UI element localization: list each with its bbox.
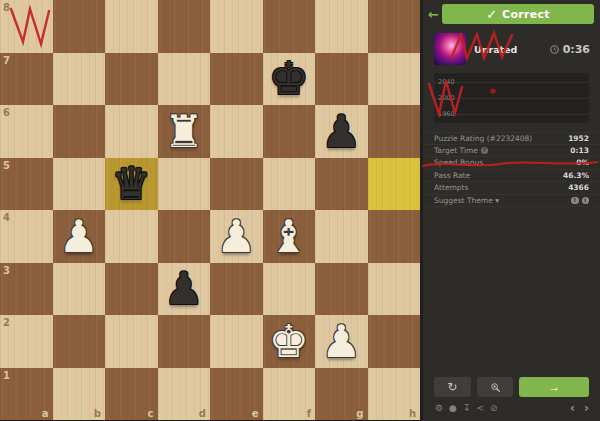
chat-icon[interactable]: ● xyxy=(449,404,457,413)
square-a3[interactable]: 3 xyxy=(0,263,53,316)
square-b6[interactable] xyxy=(53,105,106,158)
file-label-c: c xyxy=(148,408,154,419)
square-f7[interactable]: ♚ xyxy=(263,53,316,106)
square-g3[interactable] xyxy=(315,263,368,316)
correct-banner-label: Correct xyxy=(502,8,550,21)
square-e3[interactable] xyxy=(210,263,263,316)
white-king-f2[interactable]: ♚ xyxy=(263,315,316,368)
check-icon: ✓ xyxy=(486,7,497,22)
square-g6[interactable]: ♟ xyxy=(315,105,368,158)
stat-value: 0:13 xyxy=(570,146,589,155)
stat-label: Target Time xyxy=(434,146,478,155)
file-label-g: g xyxy=(356,408,363,419)
square-a6[interactable]: 6 xyxy=(0,105,53,158)
sidebar-footer: ⚙ ● ↧ < ⊘ ‹ › xyxy=(435,402,589,414)
square-a7[interactable]: 7 xyxy=(0,53,53,106)
stat-value: 4366 xyxy=(568,183,589,192)
rank-label-5: 5 xyxy=(3,160,10,171)
info-icon[interactable]: ? xyxy=(481,147,488,154)
stat-value: 46.3% xyxy=(563,171,589,180)
stat-row-speed-bonus: Speed Bonus 0% xyxy=(423,157,600,170)
stat-row-puzzle-rating: Puzzle Rating (#2232408) 1952 xyxy=(423,132,600,145)
rating-graph: 2040 2000 1960 xyxy=(434,73,589,123)
square-h2[interactable] xyxy=(368,315,421,368)
file-label-f: f xyxy=(307,408,311,419)
square-d2[interactable] xyxy=(158,315,211,368)
stat-label: Attempts xyxy=(434,183,468,192)
square-f2[interactable]: ♚ xyxy=(263,315,316,368)
stat-label: Speed Bonus xyxy=(434,158,483,167)
square-d3[interactable]: ♟ xyxy=(158,263,211,316)
stat-label: Pass Rate xyxy=(434,171,470,180)
puzzle-stats: Puzzle Rating (#2232408) 1952 Target Tim… xyxy=(423,132,600,207)
stat-value: 0% xyxy=(576,158,589,167)
next-move-chevron-icon[interactable]: › xyxy=(584,402,589,414)
theme-info-icon[interactable]: i xyxy=(582,197,590,205)
download-icon[interactable]: ↧ xyxy=(463,404,471,413)
stat-label: Puzzle Rating (#2232408) xyxy=(434,134,532,143)
black-pawn-d3[interactable]: ♟ xyxy=(158,263,211,316)
square-g4[interactable] xyxy=(315,210,368,263)
stat-row-pass-rate: Pass Rate 46.3% xyxy=(423,170,600,183)
stat-row-target-time: Target Time ? 0:13 xyxy=(423,145,600,158)
file-label-a: a xyxy=(42,408,49,419)
graph-ylabel: 2000 xyxy=(438,94,455,102)
square-d1[interactable]: d xyxy=(158,368,211,421)
puzzle-controls: ↻ → xyxy=(434,377,589,397)
share-icon[interactable]: < xyxy=(476,404,484,413)
square-c6[interactable] xyxy=(105,105,158,158)
puzzle-timer: 0:36 xyxy=(550,43,590,56)
prev-move-chevron-icon[interactable]: ‹ xyxy=(570,402,575,414)
username-label[interactable]: Unrated xyxy=(474,44,517,55)
clock-icon xyxy=(550,45,559,54)
theme-alert-icon[interactable]: ! xyxy=(571,197,579,205)
square-a5[interactable]: 5 xyxy=(0,158,53,211)
sidebar-spacer xyxy=(423,207,600,377)
square-b3[interactable] xyxy=(53,263,106,316)
square-g5[interactable] xyxy=(315,158,368,211)
rank-label-6: 6 xyxy=(3,107,10,118)
rank-label-8: 8 xyxy=(3,2,10,13)
square-c7[interactable] xyxy=(105,53,158,106)
graph-ylabel: 1960 xyxy=(438,110,455,118)
back-arrow-icon[interactable]: ← xyxy=(428,7,442,22)
square-e7[interactable] xyxy=(210,53,263,106)
analysis-button[interactable] xyxy=(477,377,514,397)
square-d6[interactable]: ♜ xyxy=(158,105,211,158)
rank-label-7: 7 xyxy=(3,55,10,66)
black-king-f7[interactable]: ♚ xyxy=(263,53,316,106)
rank-label-1: 1 xyxy=(3,370,10,381)
avatar[interactable] xyxy=(434,33,466,65)
gridline xyxy=(434,98,589,99)
square-a8[interactable]: 8 xyxy=(0,0,53,53)
rank-label-4: 4 xyxy=(3,212,10,223)
square-h8[interactable] xyxy=(368,0,421,53)
square-a4[interactable]: 4 xyxy=(0,210,53,263)
user-row: Unrated 0:36 xyxy=(423,28,600,71)
square-b8[interactable] xyxy=(53,0,106,53)
dismiss-icon[interactable]: ⊘ xyxy=(490,404,498,413)
stat-row-attempts: Attempts 4366 xyxy=(423,182,600,195)
square-c2[interactable] xyxy=(105,315,158,368)
gridline xyxy=(434,82,589,83)
square-h4[interactable] xyxy=(368,210,421,263)
square-f3[interactable] xyxy=(263,263,316,316)
stat-value: 1952 xyxy=(568,134,589,143)
rank-label-3: 3 xyxy=(3,265,10,276)
square-c3[interactable] xyxy=(105,263,158,316)
settings-gear-icon[interactable]: ⚙ xyxy=(435,404,443,413)
rank-label-2: 2 xyxy=(3,317,10,328)
square-g7[interactable] xyxy=(315,53,368,106)
file-label-e: e xyxy=(252,408,259,419)
square-f5[interactable] xyxy=(263,158,316,211)
square-h1[interactable]: h xyxy=(368,368,421,421)
gridline xyxy=(434,114,589,115)
puzzle-sidebar: ← ✓ Correct Unrated 0:36 2040 2000 xyxy=(420,0,600,421)
white-rook-d6[interactable]: ♜ xyxy=(158,105,211,158)
square-f4[interactable]: ♝ xyxy=(263,210,316,263)
file-label-d: d xyxy=(199,408,206,419)
square-b1[interactable]: b xyxy=(53,368,106,421)
square-e1[interactable]: e xyxy=(210,368,263,421)
square-e8[interactable] xyxy=(210,0,263,53)
white-bishop-f4[interactable]: ♝ xyxy=(263,210,316,263)
square-b2[interactable] xyxy=(53,315,106,368)
square-h6[interactable] xyxy=(368,105,421,158)
square-a2[interactable]: 2 xyxy=(0,315,53,368)
square-c4[interactable] xyxy=(105,210,158,263)
suggest-theme-label[interactable]: Suggest Theme ▾ xyxy=(434,196,499,205)
square-e4[interactable]: ♟ xyxy=(210,210,263,263)
stat-row-suggest-theme[interactable]: Suggest Theme ▾ ! i xyxy=(423,195,600,208)
file-label-h: h xyxy=(409,408,416,419)
square-b7[interactable] xyxy=(53,53,106,106)
square-e5[interactable] xyxy=(210,158,263,211)
square-g2[interactable]: ♟ xyxy=(315,315,368,368)
square-e2[interactable] xyxy=(210,315,263,368)
square-h7[interactable] xyxy=(368,53,421,106)
square-f1[interactable]: f xyxy=(263,368,316,421)
timer-value: 0:36 xyxy=(563,43,590,56)
chess-board[interactable]: 87♚6♜♟5♛4♟♟♝3♟2♚♟1abcdefgh xyxy=(0,0,420,420)
square-d7[interactable] xyxy=(158,53,211,106)
square-h3[interactable] xyxy=(368,263,421,316)
square-g8[interactable] xyxy=(315,0,368,53)
square-f6[interactable] xyxy=(263,105,316,158)
square-c8[interactable] xyxy=(105,0,158,53)
chess-board-area: 87♚6♜♟5♛4♟♟♝3♟2♚♟1abcdefgh xyxy=(0,0,420,421)
square-h5-highlighted[interactable] xyxy=(368,158,421,211)
square-a1[interactable]: 1a xyxy=(0,368,53,421)
square-g1[interactable]: g xyxy=(315,368,368,421)
square-c1[interactable]: c xyxy=(105,368,158,421)
correct-banner: ✓ Correct xyxy=(442,4,594,24)
next-puzzle-button[interactable]: → xyxy=(519,377,589,397)
white-pawn-b4[interactable]: ♟ xyxy=(53,210,106,263)
square-d4[interactable] xyxy=(158,210,211,263)
black-pawn-g6[interactable]: ♟ xyxy=(315,105,368,158)
square-f8[interactable] xyxy=(263,0,316,53)
magnifier-plus-icon xyxy=(490,382,501,393)
square-e6[interactable] xyxy=(210,105,263,158)
white-pawn-g2[interactable]: ♟ xyxy=(315,315,368,368)
square-c5-highlighted[interactable]: ♛ xyxy=(105,158,158,211)
square-d5[interactable] xyxy=(158,158,211,211)
puzzle-app: 87♚6♜♟5♛4♟♟♝3♟2♚♟1abcdefgh ← ✓ Correct U… xyxy=(0,0,600,421)
square-b4[interactable]: ♟ xyxy=(53,210,106,263)
result-topbar: ← ✓ Correct xyxy=(423,0,600,28)
square-b5[interactable] xyxy=(53,158,106,211)
square-d8[interactable] xyxy=(158,0,211,53)
file-label-b: b xyxy=(94,408,101,419)
retry-button[interactable]: ↻ xyxy=(434,377,471,397)
black-queen-c5[interactable]: ♛ xyxy=(105,158,158,211)
white-pawn-e4[interactable]: ♟ xyxy=(210,210,263,263)
graph-ylabel: 2040 xyxy=(438,78,455,86)
